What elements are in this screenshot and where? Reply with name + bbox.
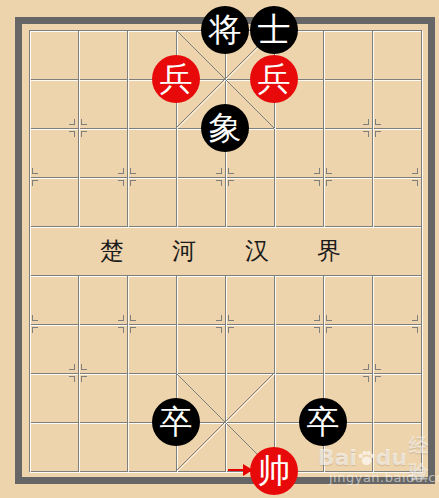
grid-line: [372, 275, 373, 472]
grid-line: [29, 30, 30, 472]
position-marker: [216, 180, 222, 186]
grid-line: [323, 30, 324, 227]
position-marker: [69, 131, 75, 137]
position-marker: [314, 180, 320, 186]
position-marker: [118, 180, 124, 186]
position-marker: [81, 364, 87, 370]
position-marker: [228, 180, 234, 186]
position-marker: [216, 168, 222, 174]
grid-line: [421, 30, 422, 472]
last-move-arrow: [228, 469, 243, 471]
grid-line: [372, 30, 373, 227]
position-marker: [314, 315, 320, 321]
grid-line: [78, 275, 79, 472]
position-marker: [363, 119, 369, 125]
piece-black-soldier[interactable]: 卒: [152, 398, 200, 446]
piece-black-soldier[interactable]: 卒: [299, 398, 347, 446]
piece-black-advisor[interactable]: 士: [250, 6, 298, 54]
position-marker: [412, 315, 418, 321]
position-marker: [69, 376, 75, 382]
position-marker: [118, 327, 124, 333]
position-marker: [363, 364, 369, 370]
position-marker: [118, 168, 124, 174]
grid-line: [225, 275, 226, 472]
river-label: 汉: [243, 237, 271, 265]
position-marker: [326, 168, 332, 174]
position-marker: [412, 327, 418, 333]
grid-line: [127, 30, 128, 227]
position-marker: [118, 315, 124, 321]
position-marker: [81, 119, 87, 125]
position-marker: [69, 119, 75, 125]
position-marker: [81, 131, 87, 137]
position-marker: [314, 168, 320, 174]
position-marker: [130, 327, 136, 333]
position-marker: [326, 315, 332, 321]
position-marker: [216, 327, 222, 333]
position-marker: [363, 376, 369, 382]
piece-red-general[interactable]: 帅: [250, 447, 298, 495]
grid-line: [127, 275, 128, 472]
position-marker: [375, 131, 381, 137]
position-marker: [412, 180, 418, 186]
last-move-arrow-head: [243, 464, 253, 476]
position-marker: [69, 364, 75, 370]
position-marker: [130, 180, 136, 186]
piece-black-general[interactable]: 将: [201, 6, 249, 54]
grid-line: [78, 30, 79, 227]
position-marker: [216, 315, 222, 321]
position-marker: [375, 376, 381, 382]
position-marker: [130, 168, 136, 174]
position-marker: [326, 327, 332, 333]
river-label: 河: [170, 237, 198, 265]
board-grid[interactable]: 楚 河 汉 界 将士兵兵象卒卒帅: [29, 30, 422, 472]
position-marker: [412, 168, 418, 174]
grid-line: [274, 275, 275, 472]
position-marker: [32, 168, 38, 174]
position-marker: [375, 364, 381, 370]
xiangqi-board: 楚 河 汉 界 将士兵兵象卒卒帅 Bai du 经验 jingyan.baidu…: [0, 0, 439, 498]
position-marker: [228, 168, 234, 174]
position-marker: [81, 376, 87, 382]
position-marker: [228, 315, 234, 321]
position-marker: [314, 327, 320, 333]
position-marker: [32, 315, 38, 321]
position-marker: [326, 180, 332, 186]
position-marker: [228, 327, 234, 333]
piece-red-soldier[interactable]: 兵: [250, 55, 298, 103]
position-marker: [32, 327, 38, 333]
position-marker: [130, 315, 136, 321]
river-label: 楚: [98, 237, 126, 265]
position-marker: [32, 180, 38, 186]
position-marker: [363, 131, 369, 137]
river-label: 界: [315, 237, 343, 265]
position-marker: [375, 119, 381, 125]
piece-red-soldier[interactable]: 兵: [152, 55, 200, 103]
piece-black-elephant[interactable]: 象: [201, 104, 249, 152]
